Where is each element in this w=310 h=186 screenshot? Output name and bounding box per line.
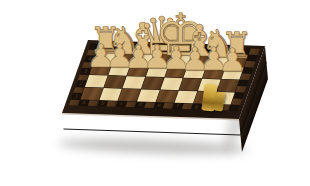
border-cell bbox=[242, 67, 253, 73]
border-cell bbox=[231, 99, 242, 105]
border-cell bbox=[236, 86, 247, 92]
chess-box-product-photo: 4321abcdefgh ♜♞♝♛♚♝♞♜♟♟♟♟♟♟♟♟ bbox=[0, 0, 310, 186]
box-seam bbox=[63, 129, 240, 136]
border-cell bbox=[238, 80, 249, 86]
box-front-face bbox=[62, 113, 242, 152]
border-cell bbox=[233, 92, 244, 98]
border-cell bbox=[245, 61, 256, 67]
board-grid: 4321abcdefgh bbox=[69, 43, 260, 111]
border-cell bbox=[229, 105, 240, 111]
border-cell bbox=[247, 55, 258, 61]
border-cell bbox=[240, 74, 251, 80]
board-top-face: 4321abcdefgh bbox=[62, 40, 265, 119]
border-cell bbox=[249, 49, 260, 55]
